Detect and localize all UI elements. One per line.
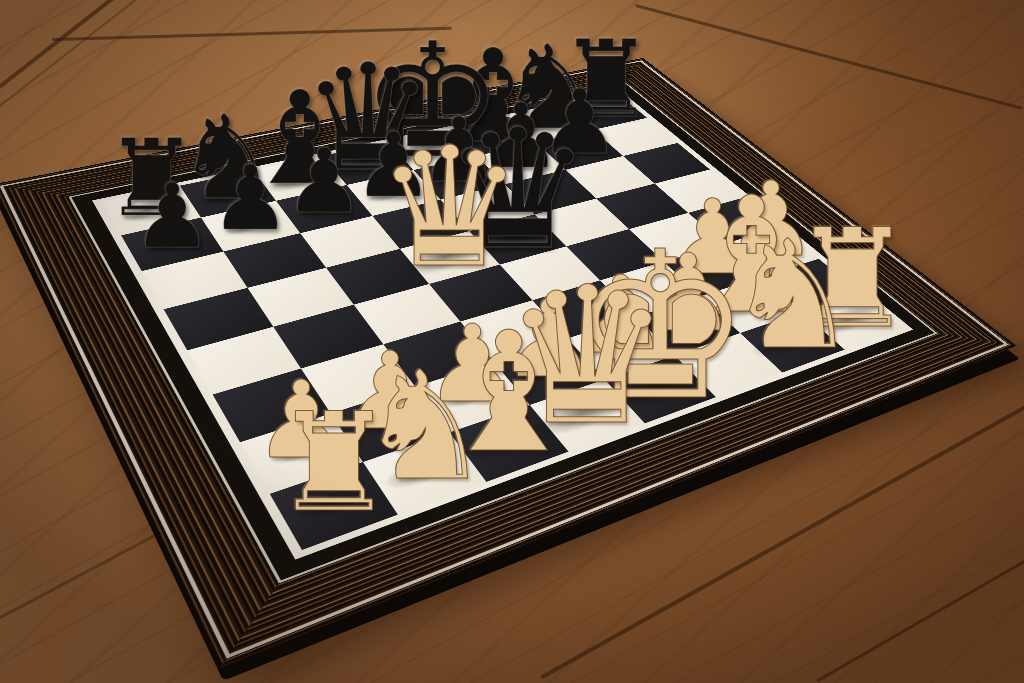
photo-scene: { "game": "chess", "scene": { "descripti…	[0, 0, 1024, 683]
wood-seam	[0, 0, 150, 101]
piece-black-pawn-b7[interactable]: ♟	[211, 154, 291, 243]
piece-black-pawn-a7[interactable]: ♟	[132, 172, 212, 261]
piece-black-pawn-c7[interactable]: ♟	[284, 137, 364, 226]
wood-seam	[816, 555, 1024, 683]
wood-seam	[0, 0, 160, 130]
wood-seam	[635, 4, 1022, 110]
piece-white-rook-a1[interactable]: ♜	[272, 395, 395, 532]
